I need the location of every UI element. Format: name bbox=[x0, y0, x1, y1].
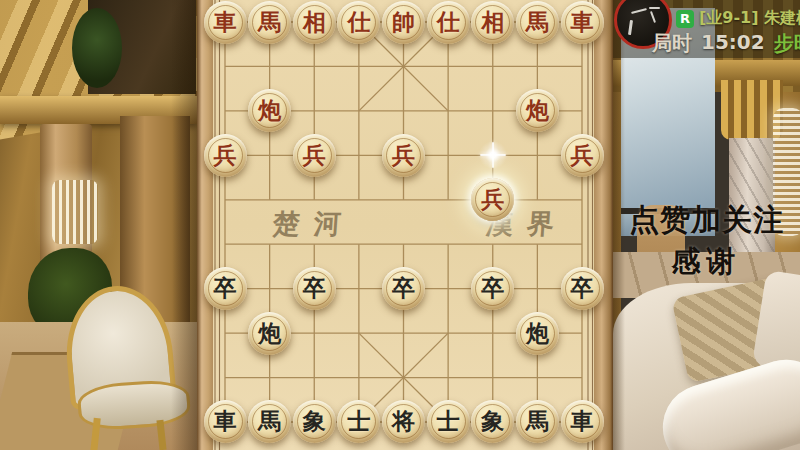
piece-char: 士 bbox=[347, 410, 370, 433]
piece-black-炮[interactable]: 炮 bbox=[516, 312, 559, 355]
piece-char: 相 bbox=[303, 11, 326, 34]
piece-black-卒[interactable]: 卒 bbox=[382, 267, 425, 310]
piece-red-兵[interactable]: 兵 bbox=[561, 134, 604, 177]
piece-char: 車 bbox=[214, 410, 237, 433]
piece-char: 兵 bbox=[214, 144, 237, 167]
avatar-calligraphy-stroke bbox=[631, 8, 647, 14]
piece-red-兵[interactable]: 兵 bbox=[293, 134, 336, 177]
piece-char: 仕 bbox=[347, 11, 370, 34]
piece-char: 炮 bbox=[526, 322, 549, 345]
piece-char: 卒 bbox=[571, 277, 594, 300]
piece-red-車[interactable]: 車 bbox=[561, 1, 604, 44]
piece-char: 炮 bbox=[258, 99, 281, 122]
piece-char: 帥 bbox=[392, 11, 415, 34]
avatar-calligraphy-stroke bbox=[628, 20, 633, 35]
piece-red-相[interactable]: 相 bbox=[293, 1, 336, 44]
crystal-sconce bbox=[52, 180, 98, 244]
piece-red-炮[interactable]: 炮 bbox=[516, 89, 559, 132]
piece-black-卒[interactable]: 卒 bbox=[561, 267, 604, 310]
shadow-edge bbox=[171, 0, 197, 450]
move-origin-sparkle bbox=[478, 140, 508, 170]
piece-char: 士 bbox=[437, 410, 460, 433]
piece-red-兵[interactable]: 兵 bbox=[382, 134, 425, 177]
piece-black-炮[interactable]: 炮 bbox=[248, 312, 291, 355]
piece-char: 馬 bbox=[526, 410, 549, 433]
piece-char: 兵 bbox=[392, 144, 415, 167]
piece-black-車[interactable]: 車 bbox=[561, 400, 604, 443]
xiangqi-board[interactable]: 楚河 漢界 車馬相仕帥仕相馬車炮炮兵兵兵兵兵卒卒卒卒卒炮炮車馬象士将士象馬車 bbox=[197, 0, 613, 450]
piece-char: 馬 bbox=[258, 410, 281, 433]
piece-black-卒[interactable]: 卒 bbox=[293, 267, 336, 310]
promo-line1: 点赞加关注 bbox=[613, 200, 800, 241]
piece-red-兵[interactable]: 兵 bbox=[204, 134, 247, 177]
background-left bbox=[0, 0, 197, 450]
piece-red-仕[interactable]: 仕 bbox=[337, 1, 380, 44]
game-time-value: 15:02 bbox=[701, 30, 765, 57]
piece-char: 馬 bbox=[526, 11, 549, 34]
piece-char: 車 bbox=[571, 410, 594, 433]
screenshot-stage: 楚河 漢界 車馬相仕帥仕相馬車炮炮兵兵兵兵兵卒卒卒卒卒炮炮車馬象士将士象馬車 R… bbox=[0, 0, 800, 450]
piece-red-相[interactable]: 相 bbox=[471, 1, 514, 44]
river-label-han: 漢界 bbox=[446, 206, 609, 242]
piece-black-象[interactable]: 象 bbox=[293, 400, 336, 443]
piece-char: 炮 bbox=[526, 99, 549, 122]
promo-text: 点赞加关注 感谢 bbox=[613, 200, 800, 282]
piece-char: 相 bbox=[481, 11, 504, 34]
piece-char: 卒 bbox=[303, 277, 326, 300]
piece-red-仕[interactable]: 仕 bbox=[427, 1, 470, 44]
streamer-overlay: R [业9-1] 朱建楼 局时 15:02 步时 0 bbox=[610, 0, 800, 60]
rank-badge: R bbox=[676, 10, 694, 28]
piece-char: 兵 bbox=[303, 144, 326, 167]
piece-char: 象 bbox=[303, 410, 326, 433]
piece-black-車[interactable]: 車 bbox=[204, 400, 247, 443]
avatar-calligraphy-stroke bbox=[649, 7, 660, 9]
piece-char: 卒 bbox=[214, 277, 237, 300]
piece-char: 炮 bbox=[258, 322, 281, 345]
piece-black-卒[interactable]: 卒 bbox=[204, 267, 247, 310]
game-time-label: 局时 bbox=[652, 30, 692, 57]
piece-char: 卒 bbox=[481, 277, 504, 300]
piece-char: 車 bbox=[571, 11, 594, 34]
piece-red-車[interactable]: 車 bbox=[204, 1, 247, 44]
piece-char: 兵 bbox=[481, 188, 504, 211]
piece-char: 象 bbox=[481, 410, 504, 433]
river-label-chu: 楚河 bbox=[233, 206, 396, 242]
piece-char: 馬 bbox=[258, 11, 281, 34]
plant-reflection bbox=[72, 8, 122, 88]
piece-black-士[interactable]: 士 bbox=[427, 400, 470, 443]
piece-char: 卒 bbox=[392, 277, 415, 300]
avatar-calligraphy-stroke bbox=[650, 11, 656, 23]
move-time-label: 步时 bbox=[774, 30, 800, 57]
piece-char: 将 bbox=[392, 410, 415, 433]
piece-red-馬[interactable]: 馬 bbox=[248, 1, 291, 44]
piece-char: 車 bbox=[214, 11, 237, 34]
piece-char: 仕 bbox=[437, 11, 460, 34]
piece-red-馬[interactable]: 馬 bbox=[516, 1, 559, 44]
piece-red-帥[interactable]: 帥 bbox=[382, 1, 425, 44]
player-name: [业9-1] 朱建楼 bbox=[699, 8, 800, 29]
promo-line2: 感谢 bbox=[613, 242, 800, 282]
piece-char: 兵 bbox=[571, 144, 594, 167]
